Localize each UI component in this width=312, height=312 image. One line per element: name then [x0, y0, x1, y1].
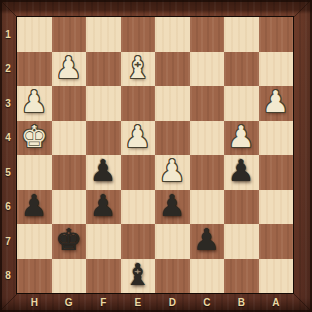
white-pawn: ♟: [159, 154, 186, 188]
white-pawn: ♟: [228, 120, 255, 154]
square-f8[interactable]: [86, 259, 121, 294]
square-h7[interactable]: [17, 224, 52, 259]
square-d4[interactable]: [155, 121, 190, 156]
rank-label-1: 1: [0, 17, 16, 52]
square-c3[interactable]: [190, 86, 225, 121]
board-frame: 1 2 3 4 5 6 7 8 ♟♝♟♟♚♟♟♟♟♟♟♟♟♚♟♝ H G F E…: [0, 0, 312, 312]
black-pawn: ♟: [193, 223, 220, 257]
file-label-a: A: [259, 293, 294, 312]
black-pawn: ♟: [21, 189, 48, 223]
square-d8[interactable]: [155, 259, 190, 294]
square-f7[interactable]: [86, 224, 121, 259]
rank-label-4: 4: [0, 121, 16, 156]
rank-label-7: 7: [0, 224, 16, 259]
square-f5[interactable]: ♟: [86, 155, 121, 190]
square-g5[interactable]: [52, 155, 87, 190]
square-e6[interactable]: [121, 190, 156, 225]
square-d7[interactable]: [155, 224, 190, 259]
white-pawn: ♟: [21, 85, 48, 119]
frame-miter-top-right: [293, 0, 312, 17]
square-g1[interactable]: [52, 17, 87, 52]
square-d6[interactable]: ♟: [155, 190, 190, 225]
file-label-c: C: [190, 293, 225, 312]
rank-label-2: 2: [0, 52, 16, 87]
square-a5[interactable]: [259, 155, 294, 190]
square-a3[interactable]: ♟: [259, 86, 294, 121]
square-c8[interactable]: [190, 259, 225, 294]
black-pawn: ♟: [90, 189, 117, 223]
square-e3[interactable]: [121, 86, 156, 121]
square-b7[interactable]: [224, 224, 259, 259]
rank-label-5: 5: [0, 155, 16, 190]
file-label-b: B: [224, 293, 259, 312]
square-c1[interactable]: [190, 17, 225, 52]
file-label-h: H: [17, 293, 52, 312]
square-g8[interactable]: [52, 259, 87, 294]
square-b6[interactable]: [224, 190, 259, 225]
square-d1[interactable]: [155, 17, 190, 52]
square-f1[interactable]: [86, 17, 121, 52]
file-label-e: E: [121, 293, 156, 312]
white-bishop: ♝: [124, 51, 151, 85]
square-g6[interactable]: [52, 190, 87, 225]
rank-labels: 1 2 3 4 5 6 7 8: [0, 17, 16, 293]
square-c7[interactable]: ♟: [190, 224, 225, 259]
black-king: ♚: [55, 223, 82, 257]
black-pawn: ♟: [90, 154, 117, 188]
square-b5[interactable]: ♟: [224, 155, 259, 190]
frame-miter-bottom-right: [293, 293, 312, 312]
square-f6[interactable]: ♟: [86, 190, 121, 225]
black-pawn: ♟: [228, 154, 255, 188]
square-e5[interactable]: [121, 155, 156, 190]
square-e7[interactable]: [121, 224, 156, 259]
black-pawn: ♟: [159, 189, 186, 223]
square-h3[interactable]: ♟: [17, 86, 52, 121]
square-a1[interactable]: [259, 17, 294, 52]
frame-miter-top-left: [0, 0, 17, 17]
square-d2[interactable]: [155, 52, 190, 87]
square-a2[interactable]: [259, 52, 294, 87]
square-g2[interactable]: ♟: [52, 52, 87, 87]
square-f3[interactable]: [86, 86, 121, 121]
square-g7[interactable]: ♚: [52, 224, 87, 259]
file-labels: H G F E D C B A: [17, 293, 293, 312]
square-d3[interactable]: [155, 86, 190, 121]
square-a4[interactable]: [259, 121, 294, 156]
board-grid: ♟♝♟♟♚♟♟♟♟♟♟♟♟♚♟♝: [16, 16, 294, 294]
rank-label-8: 8: [0, 259, 16, 294]
square-h1[interactable]: [17, 17, 52, 52]
frame-miter-bottom-left: [0, 293, 17, 312]
square-a8[interactable]: [259, 259, 294, 294]
rank-label-3: 3: [0, 86, 16, 121]
square-a7[interactable]: [259, 224, 294, 259]
square-h5[interactable]: [17, 155, 52, 190]
square-g3[interactable]: [52, 86, 87, 121]
square-a6[interactable]: [259, 190, 294, 225]
square-h6[interactable]: ♟: [17, 190, 52, 225]
square-g4[interactable]: [52, 121, 87, 156]
square-h2[interactable]: [17, 52, 52, 87]
square-f4[interactable]: [86, 121, 121, 156]
square-d5[interactable]: ♟: [155, 155, 190, 190]
white-pawn: ♟: [124, 120, 151, 154]
file-label-g: G: [52, 293, 87, 312]
square-e8[interactable]: ♝: [121, 259, 156, 294]
square-f2[interactable]: [86, 52, 121, 87]
white-pawn: ♟: [262, 85, 289, 119]
square-c4[interactable]: [190, 121, 225, 156]
white-pawn: ♟: [55, 51, 82, 85]
square-b2[interactable]: [224, 52, 259, 87]
square-c6[interactable]: [190, 190, 225, 225]
square-h8[interactable]: [17, 259, 52, 294]
square-h4[interactable]: ♚: [17, 121, 52, 156]
black-bishop: ♝: [124, 258, 151, 292]
square-e1[interactable]: [121, 17, 156, 52]
square-b4[interactable]: ♟: [224, 121, 259, 156]
square-b3[interactable]: [224, 86, 259, 121]
file-label-f: F: [86, 293, 121, 312]
white-king: ♚: [21, 120, 48, 154]
square-e2[interactable]: ♝: [121, 52, 156, 87]
rank-label-6: 6: [0, 190, 16, 225]
square-b8[interactable]: [224, 259, 259, 294]
square-c2[interactable]: [190, 52, 225, 87]
square-e4[interactable]: ♟: [121, 121, 156, 156]
file-label-d: D: [155, 293, 190, 312]
square-b1[interactable]: [224, 17, 259, 52]
square-c5[interactable]: [190, 155, 225, 190]
